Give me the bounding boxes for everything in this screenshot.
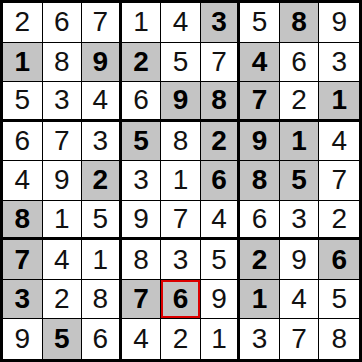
sudoku-cell-given[interactable]: 9	[161, 82, 201, 122]
sudoku-cell-given[interactable]: 8	[240, 161, 280, 201]
sudoku-cell[interactable]: 7	[280, 319, 320, 359]
sudoku-cell[interactable]: 7	[201, 43, 241, 83]
sudoku-cell[interactable]: 4	[82, 82, 122, 122]
sudoku-cell-given[interactable]: 2	[122, 43, 162, 83]
sudoku-cell[interactable]: 7	[43, 122, 83, 162]
sudoku-cell-given[interactable]: 2	[201, 122, 241, 162]
sudoku-cell-given[interactable]: 8	[3, 201, 43, 241]
sudoku-cell[interactable]: 6	[240, 201, 280, 241]
sudoku-cell[interactable]: 6	[280, 43, 320, 83]
sudoku-cell[interactable]: 6	[3, 122, 43, 162]
sudoku-cell-given[interactable]: 7	[3, 240, 43, 280]
sudoku-cell[interactable]: 6	[43, 3, 83, 43]
sudoku-cell[interactable]: 1	[201, 319, 241, 359]
sudoku-cell[interactable]: 1	[43, 201, 83, 241]
sudoku-cell[interactable]: 5	[319, 280, 359, 320]
sudoku-cell[interactable]: 5	[3, 82, 43, 122]
sudoku-cell-given[interactable]: 7	[240, 82, 280, 122]
sudoku-cell-given[interactable]: 5	[122, 122, 162, 162]
sudoku-cell-given[interactable]: 6	[201, 161, 241, 201]
sudoku-cell[interactable]: 7	[82, 3, 122, 43]
sudoku-cell[interactable]: 1	[161, 161, 201, 201]
sudoku-cell-given[interactable]: 2	[82, 161, 122, 201]
sudoku-cell[interactable]: 4	[201, 201, 241, 241]
sudoku-cell-given[interactable]: 3	[201, 3, 241, 43]
sudoku-cell[interactable]: 3	[122, 161, 162, 201]
sudoku-cell[interactable]: 4	[43, 240, 83, 280]
sudoku-cell-given[interactable]: 1	[3, 43, 43, 83]
sudoku-cell-given[interactable]: 1	[280, 122, 320, 162]
sudoku-cell-given[interactable]: 8	[280, 3, 320, 43]
sudoku-cell[interactable]: 2	[161, 319, 201, 359]
sudoku-cell[interactable]: 5	[161, 43, 201, 83]
sudoku-cell[interactable]: 8	[82, 280, 122, 320]
sudoku-cell-given[interactable]: 9	[240, 122, 280, 162]
sudoku-cell[interactable]: 4	[161, 3, 201, 43]
sudoku-cell[interactable]: 1	[82, 240, 122, 280]
sudoku-cell-given[interactable]: 9	[82, 43, 122, 83]
sudoku-cell[interactable]: 3	[240, 319, 280, 359]
sudoku-cell[interactable]: 4	[280, 280, 320, 320]
sudoku-cell[interactable]: 5	[82, 201, 122, 241]
sudoku-cell-given[interactable]: 3	[3, 280, 43, 320]
sudoku-cell[interactable]: 2	[43, 280, 83, 320]
sudoku-cell[interactable]: 2	[3, 3, 43, 43]
sudoku-cell[interactable]: 8	[43, 43, 83, 83]
sudoku-cell-given[interactable]: 8	[201, 82, 241, 122]
sudoku-cell[interactable]: 2	[319, 201, 359, 241]
sudoku-cell-given[interactable]: 5	[280, 161, 320, 201]
sudoku-cell-given[interactable]: 4	[240, 43, 280, 83]
sudoku-cell[interactable]: 9	[201, 280, 241, 320]
sudoku-cell[interactable]: 8	[161, 122, 201, 162]
sudoku-cell[interactable]: 9	[319, 3, 359, 43]
sudoku-cell[interactable]: 9	[280, 240, 320, 280]
sudoku-cell[interactable]: 3	[161, 240, 201, 280]
sudoku-cell-given[interactable]: 2	[240, 240, 280, 280]
sudoku-cell[interactable]: 4	[122, 319, 162, 359]
sudoku-cell[interactable]: 5	[201, 240, 241, 280]
sudoku-cell-given[interactable]: 1	[319, 82, 359, 122]
sudoku-cell-given[interactable]: 5	[43, 319, 83, 359]
sudoku-cell[interactable]: 8	[122, 240, 162, 280]
sudoku-cell-given[interactable]: 1	[240, 280, 280, 320]
sudoku-cell[interactable]: 1	[122, 3, 162, 43]
sudoku-cell[interactable]: 9	[43, 161, 83, 201]
sudoku-cell[interactable]: 8	[319, 319, 359, 359]
sudoku-cell[interactable]: 9	[122, 201, 162, 241]
sudoku-cell[interactable]: 3	[280, 201, 320, 241]
sudoku-cell[interactable]: 3	[82, 122, 122, 162]
sudoku-cell[interactable]: 2	[280, 82, 320, 122]
sudoku-cell[interactable]: 5	[240, 3, 280, 43]
sudoku-cell[interactable]: 9	[3, 319, 43, 359]
sudoku-cell[interactable]: 3	[43, 82, 83, 122]
sudoku-cell[interactable]: 4	[3, 161, 43, 201]
sudoku-cell[interactable]: 6	[122, 82, 162, 122]
sudoku-cell[interactable]: 3	[319, 43, 359, 83]
sudoku-cell-given[interactable]: 6	[319, 240, 359, 280]
sudoku-cell[interactable]: 7	[161, 201, 201, 241]
sudoku-cell[interactable]: 7	[319, 161, 359, 201]
sudoku-board: 2671435891892574635346987216735829144923…	[0, 0, 362, 362]
sudoku-cell[interactable]: 4	[319, 122, 359, 162]
sudoku-cell[interactable]: 6	[82, 319, 122, 359]
sudoku-cell-given[interactable]: 7	[122, 280, 162, 320]
sudoku-cell-selected[interactable]: 6	[161, 280, 201, 320]
